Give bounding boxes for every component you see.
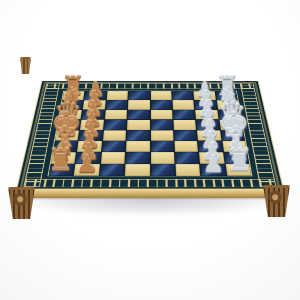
square-h1: ♜ bbox=[225, 164, 251, 176]
square-e3 bbox=[174, 130, 197, 140]
square-g4 bbox=[151, 152, 175, 163]
chess-board: ♜♟♟♜♞♟♟♞♝♟♟♝♛♟♟♛♚♟♟♚♝♟♟♝♞♟♟♞♜♟♟♜ bbox=[16, 81, 284, 191]
square-h8: ♜ bbox=[49, 164, 75, 176]
piece-black-rook-h8: ♜ bbox=[47, 146, 74, 177]
square-b3 bbox=[172, 100, 194, 109]
square-d4 bbox=[150, 120, 172, 130]
square-h2: ♟ bbox=[200, 164, 225, 176]
square-b6 bbox=[106, 100, 128, 109]
square-a6 bbox=[106, 91, 127, 100]
square-h5 bbox=[125, 164, 149, 176]
square-f3 bbox=[174, 141, 198, 152]
chess-set-photo: ♜♟♟♜♞♟♟♞♝♟♟♝♛♟♟♛♚♟♟♚♝♟♟♝♞♟♟♞♜♟♟♜ bbox=[0, 0, 300, 300]
square-e6 bbox=[103, 130, 126, 140]
square-d6 bbox=[104, 120, 127, 130]
square-h3 bbox=[175, 164, 200, 176]
square-a3 bbox=[172, 91, 193, 100]
square-b5 bbox=[128, 100, 149, 109]
square-f4 bbox=[151, 141, 174, 152]
square-c3 bbox=[173, 110, 195, 120]
square-f5 bbox=[126, 141, 149, 152]
scene: ♜♟♟♜♞♟♟♞♝♟♟♝♛♟♟♛♚♟♟♚♝♟♟♝♞♟♟♞♜♟♟♜ bbox=[0, 0, 300, 300]
board-brass-edge bbox=[15, 189, 285, 198]
square-h6 bbox=[100, 164, 125, 176]
square-a5 bbox=[128, 91, 149, 100]
square-c6 bbox=[105, 110, 127, 120]
square-e5 bbox=[127, 130, 150, 140]
piece-white-pawn-h2: ♟ bbox=[203, 152, 225, 176]
piece-white-rook-h1: ♜ bbox=[226, 146, 253, 177]
square-c4 bbox=[150, 110, 172, 120]
square-g5 bbox=[126, 152, 150, 163]
board-frame: ♜♟♟♜♞♟♟♞♝♟♟♝♛♟♟♛♚♟♟♚♝♟♟♝♞♟♟♞♜♟♟♜ bbox=[16, 81, 284, 191]
square-e4 bbox=[151, 130, 174, 140]
square-d5 bbox=[127, 120, 149, 130]
square-d3 bbox=[173, 120, 196, 130]
square-h4 bbox=[151, 164, 175, 176]
square-g3 bbox=[175, 152, 199, 163]
square-g6 bbox=[101, 152, 125, 163]
piece-black-pawn-h7: ♟ bbox=[76, 152, 98, 176]
square-f6 bbox=[102, 141, 126, 152]
square-h7: ♟ bbox=[74, 164, 99, 176]
square-a4 bbox=[150, 91, 171, 100]
square-b4 bbox=[150, 100, 171, 109]
square-c5 bbox=[128, 110, 150, 120]
board-field: ♜♟♟♜♞♟♟♞♝♟♟♝♛♟♟♛♚♟♟♚♝♟♟♝♞♟♟♞♜♟♟♜ bbox=[47, 91, 252, 177]
meander-band-bottom bbox=[24, 179, 275, 187]
